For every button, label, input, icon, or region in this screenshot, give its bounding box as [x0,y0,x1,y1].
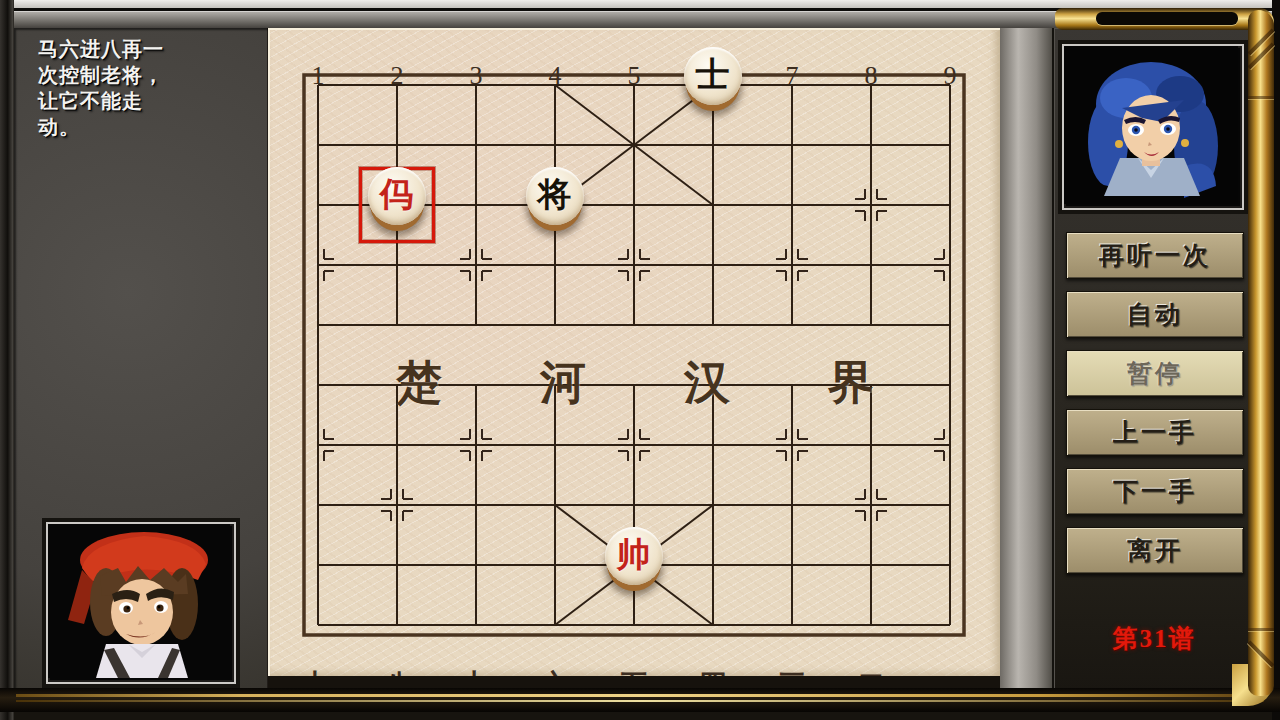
exit-button[interactable]: 离开 [1066,527,1244,574]
pipe-segment-line [1248,628,1274,631]
prev-move-button[interactable]: 上一手 [1066,409,1244,456]
piece-glyph: 士 [684,47,742,103]
pipe-segment-line [1248,96,1274,99]
window-left-edge [0,0,14,720]
metal-strip [1000,28,1052,690]
black-general[interactable]: 将 [515,175,594,235]
blue-haired-woman-image [1064,46,1238,204]
red-general[interactable]: 帅 [594,535,673,595]
boy-red-cap-image [48,524,230,678]
next-move-button[interactable]: 下一手 [1066,468,1244,515]
gold-trim-line [16,694,1264,697]
red-general-piece[interactable]: 帅 [605,527,663,585]
gold-pipe-right [1248,10,1274,696]
black-general-piece[interactable]: 将 [526,167,584,225]
hint-line: 马六进八再一 [38,36,258,62]
hint-line: 次控制老将， [38,62,258,88]
hint-line: 让它不能走 [38,88,258,114]
replay-button[interactable]: 再听一次 [1066,232,1244,279]
pause-button[interactable]: 暂停 [1066,350,1244,397]
player-portrait [46,522,236,684]
game-window: 马六进八再一 次控制老将， 让它不能走 动。 123456789九八七六五四三二… [0,0,1280,720]
xiangqi-board[interactable]: 士㐷将帅 [278,55,989,655]
gold-pipe-slot [1096,12,1238,25]
black-advisor[interactable]: 士 [673,55,752,115]
piece-glyph: 㐷 [368,167,426,223]
piece-glyph: 帅 [605,527,663,583]
black-advisor-piece[interactable]: 士 [684,47,742,105]
gold-trim-line [16,700,1264,702]
move-hint-text: 马六进八再一 次控制老将， 让它不能走 动。 [38,36,258,140]
puzzle-number-badge: 第31谱 [1066,622,1242,655]
red-horse[interactable]: 㐷 [357,175,436,235]
opponent-portrait [1062,44,1244,210]
red-horse-piece[interactable]: 㐷 [368,167,426,225]
piece-glyph: 将 [526,167,584,223]
auto-button[interactable]: 自动 [1066,291,1244,338]
hint-line: 动。 [38,114,258,140]
